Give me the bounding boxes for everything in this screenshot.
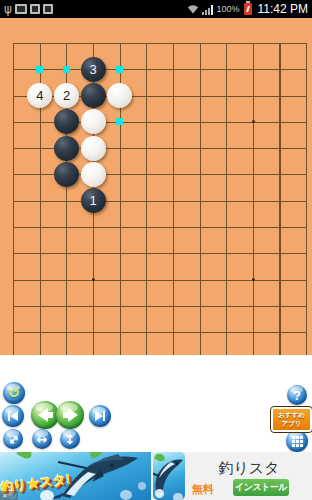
stone-black[interactable] [54,162,79,187]
horizontal-arrow-icon: ↔ [37,433,48,446]
ad-banner[interactable]: 釣り★スタ! 釣りスタ 無料 インストール ✕ ⓘ [0,452,312,500]
stone-black[interactable] [54,109,79,134]
full-board-button[interactable] [286,430,308,452]
diagonal-arrow-icon: ↔ [5,431,22,448]
signal-icon [202,4,213,15]
next-move-marker[interactable] [116,66,123,73]
install-button[interactable]: インストール [233,479,289,496]
last-move-button[interactable] [89,405,111,427]
gallery-icon [15,4,27,14]
star-point [252,120,255,123]
close-icon[interactable]: ✕ [2,491,8,500]
status-bar: ψ 100% 11:42 PM [0,0,312,18]
info-icon[interactable]: ⓘ [9,491,16,500]
resize-diagonal-button[interactable]: ↔ [3,429,23,449]
ad-price: 無料 [192,482,214,497]
ad-thumbnail[interactable] [153,452,185,500]
stone-white[interactable] [81,162,106,187]
stone-white[interactable] [107,83,132,108]
next-move-marker[interactable] [63,66,70,73]
system-icons: 100% 11:42 PM [187,2,308,16]
go-board[interactable]: 3421 [0,18,312,355]
notification-icons: ψ [4,3,53,15]
skip-to-start-icon [8,411,19,421]
first-move-button[interactable] [2,405,24,427]
stone-black[interactable] [81,83,106,108]
stone-black-move-1[interactable]: 1 [81,188,106,213]
grid-icon [292,436,303,447]
stone-black-move-3[interactable]: 3 [81,57,106,82]
clock: 11:42 PM [258,2,308,16]
star-point [252,278,255,281]
ad-close-strip[interactable]: ✕ ⓘ [0,491,18,500]
stone-white-move-2[interactable]: 2 [54,83,79,108]
clipboard-icon [30,4,40,14]
question-icon: ? [293,388,301,403]
ad-app-title: 釣りスタ [186,459,312,478]
resize-vertical-button[interactable]: ↕ [60,429,80,449]
undo-button[interactable]: ↺ [3,382,25,404]
next-move-marker[interactable] [36,66,43,73]
board-grid: 3421 [0,30,312,355]
skip-to-end-icon [95,411,106,421]
next-move-marker[interactable] [116,118,123,125]
previous-move-button[interactable] [31,401,59,429]
arrow-right-icon [63,408,78,422]
badge-line1: おすすめ [273,411,310,420]
stone-white[interactable] [81,109,106,134]
next-move-button[interactable] [56,401,84,429]
app-screen: ψ 100% 11:42 PM 3421 ↺ ? [0,0,312,500]
stone-black[interactable] [54,136,79,161]
stone-white[interactable] [81,136,106,161]
undo-icon: ↺ [8,386,21,401]
stone-white-move-4[interactable]: 4 [27,83,52,108]
battery-percent: 100% [216,4,239,14]
screenshot-icon [43,4,53,14]
ad-image[interactable]: 釣り★スタ! [0,452,151,500]
battery-icon [244,3,252,15]
star-point [92,278,95,281]
resize-horizontal-button[interactable]: ↔ [32,429,52,449]
badge-line2: アプリ [273,420,310,429]
usb-icon: ψ [4,3,12,15]
recommended-apps-badge[interactable]: おすすめ アプリ [271,407,312,432]
arrow-left-icon [38,408,53,422]
help-button[interactable]: ? [287,385,307,405]
vertical-arrow-icon: ↕ [65,433,76,446]
wifi-icon [187,4,199,14]
